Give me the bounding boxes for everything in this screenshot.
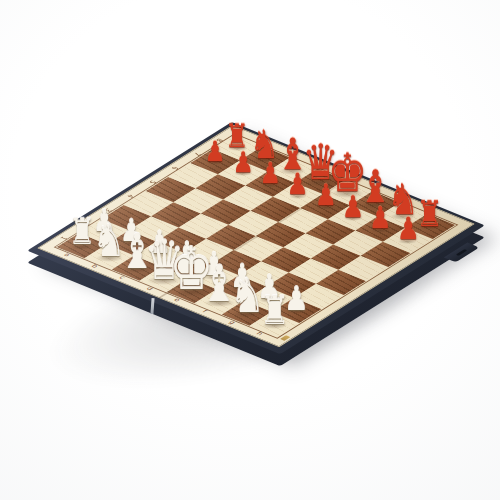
brand-mark-icon <box>280 335 290 340</box>
product-photo-stage: abcdefgh 12345678 ♜♞♝♛♚♝♞♜♟♟♟♟♟♟♟♟♟♟♟♟♟♟… <box>0 0 500 500</box>
case-latch-notch <box>456 249 468 256</box>
